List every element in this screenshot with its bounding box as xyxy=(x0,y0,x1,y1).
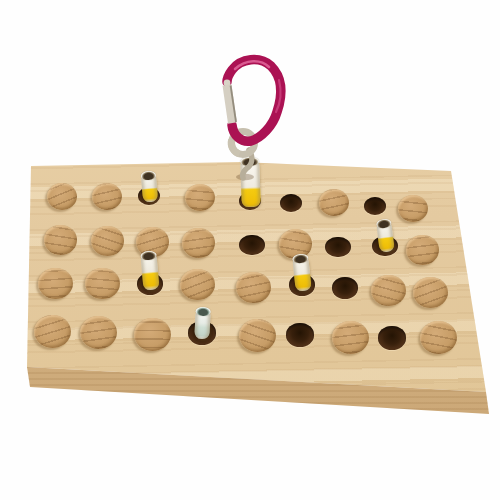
peg-r4c5[interactable] xyxy=(239,319,276,352)
peg-r3c2[interactable] xyxy=(85,268,120,300)
peg-r4c7[interactable] xyxy=(332,321,369,354)
peg-r3c8[interactable] xyxy=(371,275,406,307)
peg-r4c3[interactable] xyxy=(134,318,171,351)
hole-r2c7 xyxy=(325,237,350,258)
foraging-tube-r3c3[interactable] xyxy=(140,253,159,290)
hole-r4c8 xyxy=(378,326,406,349)
peg-r3c1[interactable] xyxy=(38,268,73,300)
hanging-clip xyxy=(205,50,305,185)
peg-r1c4[interactable] xyxy=(185,184,215,211)
peg-r4c9[interactable] xyxy=(420,321,457,354)
peg-r2c9[interactable] xyxy=(406,235,439,265)
foraging-tube-r3c6[interactable] xyxy=(292,256,311,291)
peg-r3c5[interactable] xyxy=(236,272,271,304)
hole-r3c7 xyxy=(332,277,359,299)
peg-r4c1[interactable] xyxy=(34,315,71,348)
product-photo-foraging-board xyxy=(0,0,500,500)
peg-r2c2[interactable] xyxy=(91,226,124,256)
peg-r1c9[interactable] xyxy=(398,195,428,222)
peg-r3c4[interactable] xyxy=(180,269,215,301)
peg-r3c9[interactable] xyxy=(413,277,448,309)
peg-r4c2[interactable] xyxy=(80,316,117,349)
foraging-tube-r4c4[interactable] xyxy=(194,310,210,340)
peg-r1c7[interactable] xyxy=(319,189,349,216)
peg-r1c1[interactable] xyxy=(47,183,77,210)
carabiner-body xyxy=(227,60,281,142)
foraging-tube-r1c3[interactable] xyxy=(140,173,157,202)
hole-r4c6 xyxy=(286,323,314,346)
peg-r2c1[interactable] xyxy=(44,225,77,255)
peg-r1c2[interactable] xyxy=(92,183,122,210)
peg-r2c4[interactable] xyxy=(182,228,215,258)
hole-r2c5 xyxy=(239,235,264,256)
